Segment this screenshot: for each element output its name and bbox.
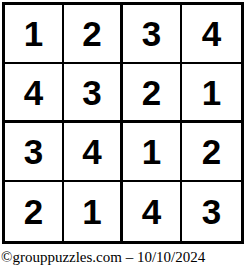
copyright-credit: ©grouppuzzles.com – 10/10/2024	[1, 249, 205, 266]
cell-r4c2[interactable]: 1	[64, 182, 123, 241]
cell-r2c2[interactable]: 3	[64, 64, 123, 123]
cell-r2c1[interactable]: 4	[5, 64, 64, 123]
cell-r3c3[interactable]: 1	[123, 123, 182, 182]
cell-r2c3[interactable]: 2	[123, 64, 182, 123]
cell-r3c4[interactable]: 2	[182, 123, 241, 182]
cell-r4c3[interactable]: 4	[123, 182, 182, 241]
sudoku-board: 1 2 3 4 4 3 2 1 3 4 1 2 2 1 4 3	[2, 2, 244, 244]
cell-r1c2[interactable]: 2	[64, 5, 123, 64]
cell-r1c3[interactable]: 3	[123, 5, 182, 64]
cell-r1c1[interactable]: 1	[5, 5, 64, 64]
cell-r4c4[interactable]: 3	[182, 182, 241, 241]
cell-r3c1[interactable]: 3	[5, 123, 64, 182]
cell-r3c2[interactable]: 4	[64, 123, 123, 182]
cell-r4c1[interactable]: 2	[5, 182, 64, 241]
cell-r1c4[interactable]: 4	[182, 5, 241, 64]
sudoku-page: 1 2 3 4 4 3 2 1 3 4 1 2 2 1 4 3 ©grouppu…	[0, 0, 247, 269]
cell-r2c4[interactable]: 1	[182, 64, 241, 123]
